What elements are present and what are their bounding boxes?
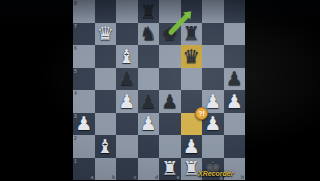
piece-white-pawn[interactable]: ♟ <box>116 90 138 113</box>
square-f7[interactable]: ♜ <box>181 23 203 46</box>
square-b1[interactable]: b <box>95 158 117 181</box>
square-h8[interactable] <box>224 0 246 23</box>
square-g1[interactable]: g♚ <box>202 158 224 181</box>
square-h4[interactable]: ♟ <box>224 90 246 113</box>
square-d3[interactable]: ♟ <box>138 113 160 136</box>
square-c5[interactable]: ♟ <box>116 68 138 91</box>
piece-black-queen[interactable]: ♛ <box>181 45 203 68</box>
square-e3[interactable] <box>159 113 181 136</box>
rank-label-4: 4 <box>74 90 77 96</box>
rank-label-8: 8 <box>74 0 77 6</box>
file-label-c: c <box>134 174 137 180</box>
file-label-h: h <box>241 174 244 180</box>
square-g2[interactable] <box>202 135 224 158</box>
square-c1[interactable]: c <box>116 158 138 181</box>
square-a3[interactable]: 3♟ <box>73 113 95 136</box>
square-e1[interactable]: e♜ <box>159 158 181 181</box>
square-b2[interactable]: ♝ <box>95 135 117 158</box>
piece-black-rook[interactable]: ♜ <box>181 23 203 46</box>
square-f8[interactable] <box>181 0 203 23</box>
square-c2[interactable] <box>116 135 138 158</box>
move-quality-badge: ?! <box>195 107 208 120</box>
piece-black-pawn[interactable]: ♟ <box>159 90 181 113</box>
square-d5[interactable] <box>138 68 160 91</box>
piece-black-king[interactable]: ♚ <box>159 23 181 46</box>
square-c7[interactable] <box>116 23 138 46</box>
square-a7[interactable]: 7 <box>73 23 95 46</box>
square-f6[interactable]: ♛ <box>181 45 203 68</box>
rank-label-2: 2 <box>74 135 77 141</box>
square-h6[interactable] <box>224 45 246 68</box>
square-h1[interactable]: h <box>224 158 246 181</box>
square-b4[interactable] <box>95 90 117 113</box>
square-b8[interactable] <box>95 0 117 23</box>
square-b3[interactable] <box>95 113 117 136</box>
square-g7[interactable] <box>202 23 224 46</box>
square-d2[interactable] <box>138 135 160 158</box>
rank-label-6: 6 <box>74 45 77 51</box>
square-b5[interactable] <box>95 68 117 91</box>
square-h5[interactable]: ♟ <box>224 68 246 91</box>
square-e5[interactable] <box>159 68 181 91</box>
square-e4[interactable]: ♟ <box>159 90 181 113</box>
square-c3[interactable] <box>116 113 138 136</box>
piece-white-rook[interactable]: ♜ <box>181 158 203 181</box>
square-h7[interactable] <box>224 23 246 46</box>
square-a8[interactable]: 8 <box>73 0 95 23</box>
piece-black-knight[interactable]: ♞ <box>138 23 160 46</box>
piece-white-pawn[interactable]: ♟ <box>224 90 246 113</box>
piece-white-queen[interactable]: ♛ <box>95 23 117 46</box>
rank-label-3: 3 <box>74 113 77 119</box>
file-label-f: f <box>199 174 201 180</box>
file-label-g: g <box>219 174 222 180</box>
square-d6[interactable] <box>138 45 160 68</box>
square-g8[interactable] <box>202 0 224 23</box>
piece-white-pawn[interactable]: ♟ <box>181 135 203 158</box>
square-d8[interactable]: ♜ <box>138 0 160 23</box>
piece-white-rook[interactable]: ♜ <box>159 158 181 181</box>
move-quality-text: ?! <box>198 110 205 117</box>
file-label-a: a <box>91 174 94 180</box>
square-f5[interactable] <box>181 68 203 91</box>
piece-white-pawn[interactable]: ♟ <box>138 113 160 136</box>
rank-label-1: 1 <box>74 158 77 164</box>
file-label-b: b <box>112 174 115 180</box>
piece-black-pawn[interactable]: ♟ <box>116 68 138 91</box>
square-a5[interactable]: 5 <box>73 68 95 91</box>
square-b6[interactable] <box>95 45 117 68</box>
square-c8[interactable] <box>116 0 138 23</box>
rank-label-7: 7 <box>74 23 77 29</box>
piece-white-pawn[interactable]: ♟ <box>73 113 95 136</box>
square-e2[interactable] <box>159 135 181 158</box>
piece-white-bishop[interactable]: ♝ <box>95 135 117 158</box>
square-h2[interactable] <box>224 135 246 158</box>
square-e8[interactable] <box>159 0 181 23</box>
square-a2[interactable]: 2 <box>73 135 95 158</box>
square-c6[interactable]: ♝ <box>116 45 138 68</box>
square-f1[interactable]: f♜ <box>181 158 203 181</box>
square-a6[interactable]: 6 <box>73 45 95 68</box>
square-f2[interactable]: ♟ <box>181 135 203 158</box>
square-d4[interactable]: ♟ <box>138 90 160 113</box>
square-h3[interactable] <box>224 113 246 136</box>
square-e6[interactable] <box>159 45 181 68</box>
file-label-d: d <box>155 174 158 180</box>
square-a4[interactable]: 4 <box>73 90 95 113</box>
square-c4[interactable]: ♟ <box>116 90 138 113</box>
piece-black-pawn[interactable]: ♟ <box>138 90 160 113</box>
piece-black-rook[interactable]: ♜ <box>138 0 160 23</box>
rank-label-5: 5 <box>74 68 77 74</box>
piece-black-pawn[interactable]: ♟ <box>224 68 246 91</box>
square-d1[interactable]: d <box>138 158 160 181</box>
piece-white-king[interactable]: ♚ <box>202 158 224 181</box>
square-b7[interactable]: ♛ <box>95 23 117 46</box>
chess-board: 8♜7♛♞♚♜6♝♛5♟♟4♟♟♟♟♟3♟♟♟2♝♟1abcde♜f♜g♚h <box>73 0 245 180</box>
square-g6[interactable] <box>202 45 224 68</box>
square-e7[interactable]: ♚ <box>159 23 181 46</box>
file-label-e: e <box>177 174 180 180</box>
square-d7[interactable]: ♞ <box>138 23 160 46</box>
screen-background: 8♜7♛♞♚♜6♝♛5♟♟4♟♟♟♟♟3♟♟♟2♝♟1abcde♜f♜g♚h ?… <box>0 0 320 180</box>
square-a1[interactable]: 1a <box>73 158 95 181</box>
piece-white-bishop[interactable]: ♝ <box>116 45 138 68</box>
square-g5[interactable] <box>202 68 224 91</box>
